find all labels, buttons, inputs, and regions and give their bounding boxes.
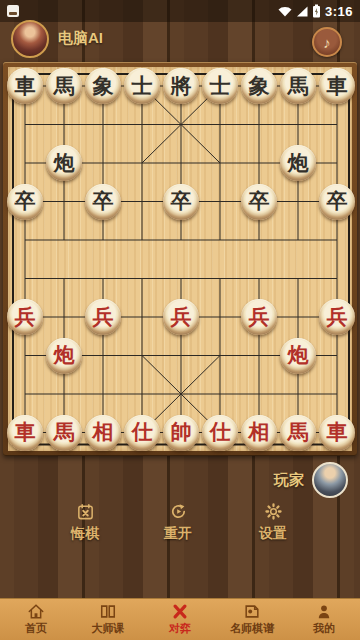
piece-red-soldier[interactable]: 兵	[7, 299, 43, 335]
piece-red-soldier[interactable]: 兵	[85, 299, 121, 335]
nav-home[interactable]: 首页	[0, 599, 72, 640]
piece-red-general[interactable]: 帥	[163, 415, 199, 451]
piece-black-advisor[interactable]: 士	[202, 68, 238, 104]
settings-label: 设置	[237, 525, 309, 543]
piece-red-advisor[interactable]: 仕	[202, 415, 238, 451]
undo-calendar-x-icon	[49, 502, 121, 521]
music-toggle-button[interactable]: ♪	[312, 27, 342, 57]
piece-black-soldier[interactable]: 卒	[241, 184, 277, 220]
restart-label: 重开	[142, 525, 214, 543]
notification-image-icon	[7, 5, 19, 17]
settings-gear-icon	[237, 502, 309, 521]
piece-red-horse[interactable]: 馬	[280, 415, 316, 451]
piece-black-horse[interactable]: 馬	[280, 68, 316, 104]
piece-red-soldier[interactable]: 兵	[241, 299, 277, 335]
restart-icon	[142, 502, 214, 521]
profile-icon	[315, 603, 333, 620]
piece-black-elephant[interactable]: 象	[85, 68, 121, 104]
piece-red-elephant[interactable]: 相	[241, 415, 277, 451]
piece-black-cannon[interactable]: 炮	[46, 145, 82, 181]
piece-black-chariot[interactable]: 車	[7, 68, 43, 104]
battle-x-icon	[171, 603, 189, 620]
xiangqi-app: 3:16 电脑AI ♪ 車馬象士將士象馬車炮炮卒卒卒卒卒兵兵兵兵兵炮炮車馬相仕帥…	[0, 0, 360, 640]
ai-player-name: 电脑AI	[58, 29, 103, 48]
music-note-icon: ♪	[323, 35, 331, 50]
piece-black-soldier[interactable]: 卒	[85, 184, 121, 220]
nav-game-records-label: 名师棋谱	[230, 621, 274, 636]
piece-black-horse[interactable]: 馬	[46, 68, 82, 104]
piece-red-advisor[interactable]: 仕	[124, 415, 160, 451]
game-records-icon	[243, 603, 261, 620]
bottom-nav: 首页 大师课 对弈 名师棋谱 我的	[0, 598, 360, 640]
piece-red-chariot[interactable]: 車	[319, 415, 355, 451]
piece-black-cannon[interactable]: 炮	[280, 145, 316, 181]
book-icon	[99, 603, 117, 620]
xiangqi-board: 車馬象士將士象馬車炮炮卒卒卒卒卒兵兵兵兵兵炮炮車馬相仕帥仕相馬車	[3, 62, 357, 456]
piece-black-chariot[interactable]: 車	[319, 68, 355, 104]
piece-red-cannon[interactable]: 炮	[280, 338, 316, 374]
home-icon	[27, 603, 45, 620]
piece-black-soldier[interactable]: 卒	[163, 184, 199, 220]
nav-profile-label: 我的	[313, 621, 335, 636]
nav-play-battle-label: 对弈	[169, 621, 191, 636]
settings-button[interactable]: 设置	[237, 502, 309, 543]
pieces-layer: 車馬象士將士象馬車炮炮卒卒卒卒卒兵兵兵兵兵炮炮車馬相仕帥仕相馬車	[6, 67, 357, 452]
piece-black-soldier[interactable]: 卒	[319, 184, 355, 220]
piece-black-general[interactable]: 將	[163, 68, 199, 104]
nav-master-class-label: 大师课	[92, 621, 125, 636]
human-avatar	[312, 462, 348, 498]
piece-red-chariot[interactable]: 車	[7, 415, 43, 451]
battery-charging-icon	[312, 4, 321, 18]
nav-home-label: 首页	[25, 621, 47, 636]
human-player-name: 玩家	[274, 471, 304, 490]
nav-master-class[interactable]: 大师课	[72, 599, 144, 640]
piece-red-elephant[interactable]: 相	[85, 415, 121, 451]
status-bar: 3:16	[0, 0, 360, 22]
wifi-icon	[278, 6, 292, 17]
piece-red-horse[interactable]: 馬	[46, 415, 82, 451]
undo-move-button[interactable]: 悔棋	[49, 502, 121, 543]
ai-avatar	[11, 20, 49, 58]
nav-profile[interactable]: 我的	[288, 599, 360, 640]
undo-label: 悔棋	[49, 525, 121, 543]
piece-red-cannon[interactable]: 炮	[46, 338, 82, 374]
piece-red-soldier[interactable]: 兵	[163, 299, 199, 335]
piece-red-soldier[interactable]: 兵	[319, 299, 355, 335]
nav-play-battle[interactable]: 对弈	[144, 599, 216, 640]
restart-game-button[interactable]: 重开	[142, 502, 214, 543]
clock-time: 3:16	[325, 4, 353, 19]
piece-black-elephant[interactable]: 象	[241, 68, 277, 104]
piece-black-advisor[interactable]: 士	[124, 68, 160, 104]
piece-black-soldier[interactable]: 卒	[7, 184, 43, 220]
nav-game-records[interactable]: 名师棋谱	[216, 599, 288, 640]
cellular-signal-icon	[296, 6, 308, 17]
